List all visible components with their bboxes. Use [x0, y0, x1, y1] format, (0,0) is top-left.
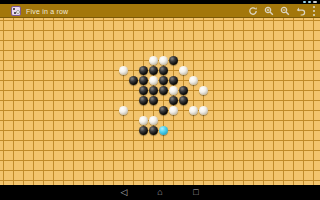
stone-black	[148, 65, 158, 75]
stone-black	[178, 95, 188, 105]
stone-white	[178, 65, 188, 75]
stone-white	[198, 105, 208, 115]
stone-black	[148, 95, 158, 105]
home-button[interactable]: ⌂	[153, 188, 167, 197]
page-title: Five in a row	[26, 8, 68, 15]
stone-grid	[0, 15, 318, 185]
stone-black	[168, 55, 178, 65]
stone-black	[138, 75, 148, 85]
battery-icon	[313, 1, 317, 3]
stone-black	[168, 95, 178, 105]
stone-white	[148, 55, 158, 65]
stone-black	[138, 95, 148, 105]
stone-black	[158, 65, 168, 75]
stone-black	[168, 75, 178, 85]
stone-black	[138, 125, 148, 135]
stone-white	[138, 115, 148, 125]
back-button[interactable]: ◁	[117, 188, 131, 197]
stone-black	[148, 85, 158, 95]
recents-button[interactable]: □	[189, 188, 203, 197]
stone-black	[138, 85, 148, 95]
stone-white	[198, 85, 208, 95]
network-signal-icon	[303, 1, 306, 3]
stone-white	[118, 65, 128, 75]
stone-white	[118, 105, 128, 115]
wifi-icon	[308, 1, 311, 3]
stone-black	[178, 85, 188, 95]
gomoku-board[interactable]	[0, 18, 320, 185]
stone-white	[168, 85, 178, 95]
stone-black	[148, 125, 158, 135]
recents-icon: □	[193, 187, 198, 197]
stone-black	[128, 75, 138, 85]
back-icon: ◁	[121, 187, 128, 197]
stone-black	[158, 105, 168, 115]
stone-white	[168, 105, 178, 115]
stone-white	[158, 55, 168, 65]
navigation-bar: ◁ ⌂ □	[0, 185, 320, 200]
app-screen: Five in a row	[0, 0, 320, 200]
home-icon: ⌂	[157, 187, 162, 197]
stone-white	[148, 115, 158, 125]
stone-black	[138, 65, 148, 75]
stone-black	[158, 75, 168, 85]
stone-white	[188, 75, 198, 85]
stone-last-move	[158, 125, 168, 135]
stone-white	[148, 75, 158, 85]
stone-white	[188, 105, 198, 115]
stone-black	[158, 85, 168, 95]
